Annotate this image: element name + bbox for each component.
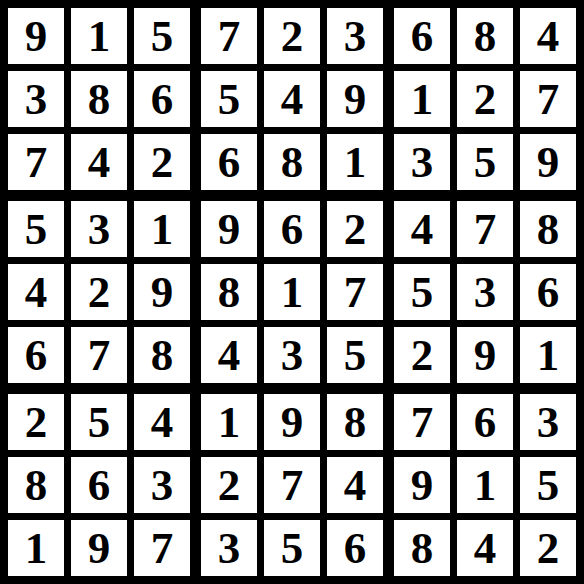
sudoku-cell-r9c5[interactable]: 5 bbox=[264, 520, 320, 576]
sudoku-cell-r6c3[interactable]: 8 bbox=[134, 327, 190, 383]
sudoku-cell-r7c8[interactable]: 6 bbox=[457, 394, 513, 450]
sudoku-cell-r2c8[interactable]: 2 bbox=[457, 71, 513, 127]
sudoku-box-r2c2: 763915842 bbox=[394, 394, 576, 576]
sudoku-cell-r4c1[interactable]: 5 bbox=[8, 201, 64, 257]
sudoku-cell-r4c5[interactable]: 6 bbox=[264, 201, 320, 257]
sudoku-cell-r2c6[interactable]: 9 bbox=[327, 71, 383, 127]
sudoku-cell-r4c7[interactable]: 4 bbox=[394, 201, 450, 257]
sudoku-cell-r6c9[interactable]: 1 bbox=[520, 327, 576, 383]
sudoku-cell-r2c7[interactable]: 1 bbox=[394, 71, 450, 127]
sudoku-cell-r7c4[interactable]: 1 bbox=[201, 394, 257, 450]
sudoku-cell-r1c8[interactable]: 8 bbox=[457, 8, 513, 64]
sudoku-cell-r6c8[interactable]: 9 bbox=[457, 327, 513, 383]
sudoku-cell-r5c2[interactable]: 2 bbox=[71, 264, 127, 320]
sudoku-cell-r9c3[interactable]: 7 bbox=[134, 520, 190, 576]
sudoku-cell-r8c4[interactable]: 2 bbox=[201, 457, 257, 513]
sudoku-cell-r8c8[interactable]: 1 bbox=[457, 457, 513, 513]
sudoku-cell-r2c9[interactable]: 7 bbox=[520, 71, 576, 127]
sudoku-cell-r1c6[interactable]: 3 bbox=[327, 8, 383, 64]
sudoku-box-r0c0: 915386742 bbox=[8, 8, 190, 190]
sudoku-cell-r3c3[interactable]: 2 bbox=[134, 134, 190, 190]
sudoku-cell-r3c4[interactable]: 6 bbox=[201, 134, 257, 190]
sudoku-cell-r8c7[interactable]: 9 bbox=[394, 457, 450, 513]
sudoku-box-r2c1: 198274356 bbox=[201, 394, 383, 576]
sudoku-cell-r6c2[interactable]: 7 bbox=[71, 327, 127, 383]
sudoku-cell-r2c3[interactable]: 6 bbox=[134, 71, 190, 127]
sudoku-box-r2c0: 254863197 bbox=[8, 394, 190, 576]
sudoku-cell-r9c9[interactable]: 2 bbox=[520, 520, 576, 576]
sudoku-cell-r3c1[interactable]: 7 bbox=[8, 134, 64, 190]
sudoku-cell-r1c4[interactable]: 7 bbox=[201, 8, 257, 64]
sudoku-cell-r1c9[interactable]: 4 bbox=[520, 8, 576, 64]
sudoku-cell-r2c5[interactable]: 4 bbox=[264, 71, 320, 127]
sudoku-cell-r1c3[interactable]: 5 bbox=[134, 8, 190, 64]
sudoku-cell-r4c8[interactable]: 7 bbox=[457, 201, 513, 257]
sudoku-cell-r1c2[interactable]: 1 bbox=[71, 8, 127, 64]
sudoku-cell-r3c9[interactable]: 9 bbox=[520, 134, 576, 190]
sudoku-cell-r7c9[interactable]: 3 bbox=[520, 394, 576, 450]
sudoku-cell-r2c4[interactable]: 5 bbox=[201, 71, 257, 127]
sudoku-cell-r5c4[interactable]: 8 bbox=[201, 264, 257, 320]
sudoku-cell-r4c3[interactable]: 1 bbox=[134, 201, 190, 257]
sudoku-cell-r8c6[interactable]: 4 bbox=[327, 457, 383, 513]
sudoku-cell-r6c5[interactable]: 3 bbox=[264, 327, 320, 383]
sudoku-box-r0c1: 723549681 bbox=[201, 8, 383, 190]
sudoku-box-r1c1: 962817435 bbox=[201, 201, 383, 383]
sudoku-cell-r8c3[interactable]: 3 bbox=[134, 457, 190, 513]
sudoku-cell-r4c2[interactable]: 3 bbox=[71, 201, 127, 257]
sudoku-cell-r8c5[interactable]: 7 bbox=[264, 457, 320, 513]
sudoku-cell-r6c1[interactable]: 6 bbox=[8, 327, 64, 383]
sudoku-cell-r7c3[interactable]: 4 bbox=[134, 394, 190, 450]
sudoku-cell-r1c7[interactable]: 6 bbox=[394, 8, 450, 64]
sudoku-box-r1c0: 531429678 bbox=[8, 201, 190, 383]
sudoku-cell-r3c7[interactable]: 3 bbox=[394, 134, 450, 190]
sudoku-cell-r5c6[interactable]: 7 bbox=[327, 264, 383, 320]
sudoku-cell-r2c2[interactable]: 8 bbox=[71, 71, 127, 127]
sudoku-cell-r5c7[interactable]: 5 bbox=[394, 264, 450, 320]
sudoku-cell-r8c1[interactable]: 8 bbox=[8, 457, 64, 513]
sudoku-cell-r6c4[interactable]: 4 bbox=[201, 327, 257, 383]
sudoku-cell-r9c7[interactable]: 8 bbox=[394, 520, 450, 576]
sudoku-cell-r5c1[interactable]: 4 bbox=[8, 264, 64, 320]
sudoku-cell-r7c1[interactable]: 2 bbox=[8, 394, 64, 450]
sudoku-cell-r7c2[interactable]: 5 bbox=[71, 394, 127, 450]
sudoku-cell-r4c9[interactable]: 8 bbox=[520, 201, 576, 257]
sudoku-cell-r7c6[interactable]: 8 bbox=[327, 394, 383, 450]
sudoku-cell-r4c6[interactable]: 2 bbox=[327, 201, 383, 257]
sudoku-cell-r1c1[interactable]: 9 bbox=[8, 8, 64, 64]
sudoku-cell-r7c7[interactable]: 7 bbox=[394, 394, 450, 450]
sudoku-cell-r3c6[interactable]: 1 bbox=[327, 134, 383, 190]
sudoku-cell-r6c6[interactable]: 5 bbox=[327, 327, 383, 383]
sudoku-cell-r9c6[interactable]: 6 bbox=[327, 520, 383, 576]
sudoku-box-r0c2: 684127359 bbox=[394, 8, 576, 190]
sudoku-cell-r5c8[interactable]: 3 bbox=[457, 264, 513, 320]
sudoku-cell-r8c9[interactable]: 5 bbox=[520, 457, 576, 513]
sudoku-cell-r1c5[interactable]: 2 bbox=[264, 8, 320, 64]
sudoku-cell-r3c2[interactable]: 4 bbox=[71, 134, 127, 190]
sudoku-cell-r8c2[interactable]: 6 bbox=[71, 457, 127, 513]
sudoku-cell-r5c3[interactable]: 9 bbox=[134, 264, 190, 320]
sudoku-cell-r5c5[interactable]: 1 bbox=[264, 264, 320, 320]
sudoku-box-r1c2: 478536291 bbox=[394, 201, 576, 383]
sudoku-cell-r3c8[interactable]: 5 bbox=[457, 134, 513, 190]
sudoku-cell-r9c1[interactable]: 1 bbox=[8, 520, 64, 576]
sudoku-cell-r9c8[interactable]: 4 bbox=[457, 520, 513, 576]
sudoku-cell-r9c2[interactable]: 9 bbox=[71, 520, 127, 576]
sudoku-cell-r2c1[interactable]: 3 bbox=[8, 71, 64, 127]
sudoku-cell-r6c7[interactable]: 2 bbox=[394, 327, 450, 383]
sudoku-board: 9153867427235496816841273595314296789628… bbox=[0, 0, 584, 584]
sudoku-cell-r4c4[interactable]: 9 bbox=[201, 201, 257, 257]
sudoku-cell-r9c4[interactable]: 3 bbox=[201, 520, 257, 576]
sudoku-cell-r3c5[interactable]: 8 bbox=[264, 134, 320, 190]
sudoku-cell-r5c9[interactable]: 6 bbox=[520, 264, 576, 320]
sudoku-cell-r7c5[interactable]: 9 bbox=[264, 394, 320, 450]
